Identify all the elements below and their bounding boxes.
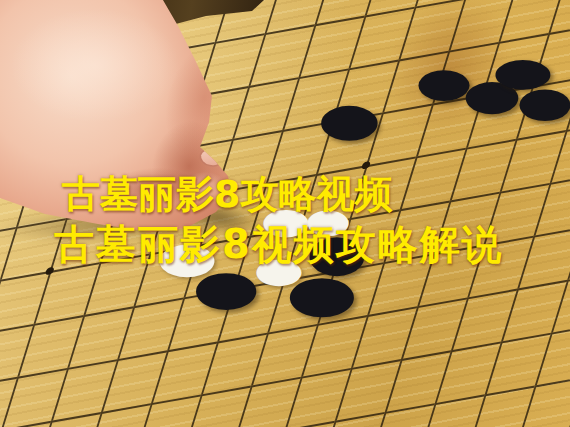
hand-highlight xyxy=(10,8,180,123)
caption-line-2: 古墓丽影8视频攻略解说 xyxy=(54,217,504,272)
photo-canvas: ●●●●●●●●●●●● 古墓丽影8攻略视频 古墓丽影8视频攻略解说 xyxy=(0,0,570,427)
caption-line-1: 古墓丽影8攻略视频 xyxy=(62,169,392,220)
